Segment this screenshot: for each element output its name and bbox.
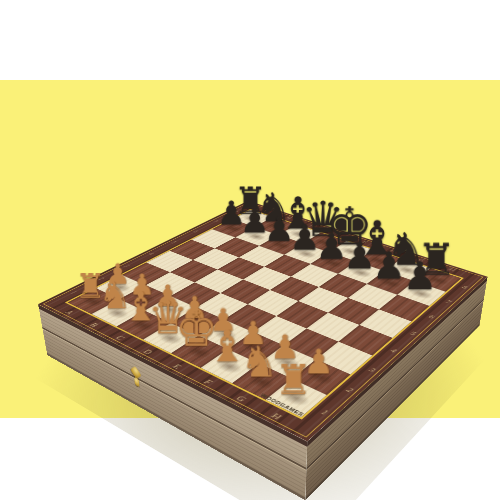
page-background: ABCDEFGH ABCDEFGH 12345678 12345678 ♜♞♝♛… <box>0 0 500 500</box>
photo-backdrop: ABCDEFGH ABCDEFGH 12345678 12345678 ♜♞♝♛… <box>0 80 500 418</box>
chess-set-scene: ABCDEFGH ABCDEFGH 12345678 12345678 ♜♞♝♛… <box>110 130 430 450</box>
piece-white-rook: ♜ <box>275 358 312 399</box>
piece-black-pawn: ♟ <box>343 237 376 274</box>
piece-black-pawn: ♟ <box>372 247 406 284</box>
piece-black-pawn: ♟ <box>402 257 436 295</box>
piece-white-knight: ♞ <box>240 341 278 384</box>
brass-latch-icon <box>129 363 144 393</box>
chess-box: ABCDEFGH ABCDEFGH 12345678 12345678 ♜♞♝♛… <box>38 201 488 442</box>
